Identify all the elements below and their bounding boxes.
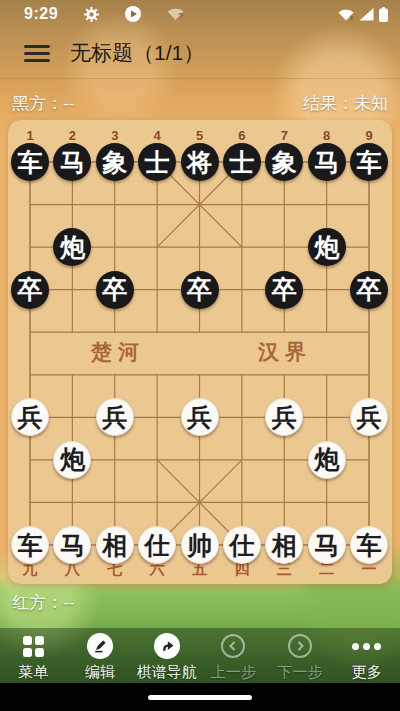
file-number-top: 5 bbox=[188, 128, 212, 143]
piece-black[interactable]: 卒 bbox=[11, 271, 49, 309]
file-number-top: 8 bbox=[315, 128, 339, 143]
next-step-button[interactable]: 下一步 bbox=[267, 628, 334, 683]
piece-black[interactable]: 车 bbox=[350, 143, 388, 181]
result-label: 结果：未知 bbox=[303, 92, 388, 115]
more-button-label: 更多 bbox=[352, 663, 382, 682]
record-nav-button-label: 棋谱导航 bbox=[137, 663, 197, 682]
hamburger-icon[interactable] bbox=[24, 43, 50, 63]
status-bar: 9:29 ? bbox=[0, 0, 400, 28]
more-button[interactable]: 更多 bbox=[333, 628, 400, 683]
piece-red[interactable]: 车 bbox=[11, 526, 49, 564]
edit-button[interactable]: 编辑 bbox=[67, 628, 134, 683]
prev-step-button-label: 上一步 bbox=[211, 663, 256, 682]
piece-black[interactable]: 马 bbox=[308, 143, 346, 181]
file-number-top: 4 bbox=[145, 128, 169, 143]
piece-red[interactable]: 仕 bbox=[138, 526, 176, 564]
black-player-label: 黑方：-- bbox=[12, 92, 74, 115]
file-number-top: 6 bbox=[230, 128, 254, 143]
more-dots-icon bbox=[352, 633, 381, 659]
piece-black[interactable]: 将 bbox=[181, 143, 219, 181]
piece-black[interactable]: 卒 bbox=[350, 271, 388, 309]
record-nav-button[interactable]: 棋谱导航 bbox=[133, 628, 200, 683]
svg-text:?: ? bbox=[178, 11, 184, 21]
menu-grid-icon bbox=[23, 633, 44, 659]
piece-black[interactable]: 炮 bbox=[308, 228, 346, 266]
battery-icon bbox=[379, 7, 388, 22]
bottom-toolbar: 菜单 编辑 棋谱导航 bbox=[0, 628, 400, 683]
piece-black[interactable]: 卒 bbox=[181, 271, 219, 309]
wifi-question-icon: ? bbox=[167, 7, 184, 21]
piece-red[interactable]: 炮 bbox=[308, 441, 346, 479]
piece-red[interactable]: 车 bbox=[350, 526, 388, 564]
file-number-top: 3 bbox=[103, 128, 127, 143]
file-number-top: 7 bbox=[272, 128, 296, 143]
wifi-icon bbox=[338, 8, 354, 21]
piece-red[interactable]: 仕 bbox=[223, 526, 261, 564]
home-indicator[interactable] bbox=[148, 695, 252, 700]
red-player-label: 红方：-- bbox=[12, 591, 74, 614]
prev-step-button[interactable]: 上一步 bbox=[200, 628, 267, 683]
gear-icon bbox=[84, 7, 99, 22]
gesture-bar bbox=[0, 683, 400, 711]
app-screen: 9:29 ? bbox=[0, 0, 400, 711]
next-step-icon bbox=[288, 633, 312, 659]
piece-black[interactable]: 车 bbox=[11, 143, 49, 181]
prev-step-icon bbox=[221, 633, 245, 659]
river-label-left: 楚河 bbox=[78, 338, 158, 366]
edit-button-label: 编辑 bbox=[85, 663, 115, 682]
piece-black[interactable]: 士 bbox=[138, 143, 176, 181]
page-title: 无标题（1/1） bbox=[70, 39, 204, 67]
piece-red[interactable]: 炮 bbox=[53, 441, 91, 479]
piece-red[interactable]: 相 bbox=[265, 526, 303, 564]
clock: 9:29 bbox=[24, 5, 58, 23]
piece-red[interactable]: 兵 bbox=[181, 398, 219, 436]
file-number-top: 9 bbox=[357, 128, 381, 143]
menu-button[interactable]: 菜单 bbox=[0, 628, 67, 683]
title-bar: 无标题（1/1） bbox=[0, 28, 400, 79]
piece-red[interactable]: 兵 bbox=[96, 398, 134, 436]
nav-arrow-icon bbox=[154, 633, 180, 659]
piece-black[interactable]: 象 bbox=[96, 143, 134, 181]
file-number-top: 1 bbox=[18, 128, 42, 143]
piece-red[interactable]: 相 bbox=[96, 526, 134, 564]
edit-pencil-icon bbox=[87, 633, 113, 659]
next-step-button-label: 下一步 bbox=[278, 663, 323, 682]
piece-black[interactable]: 卒 bbox=[265, 271, 303, 309]
status-bar-left: 9:29 ? bbox=[0, 5, 184, 23]
piece-red[interactable]: 马 bbox=[308, 526, 346, 564]
piece-red[interactable]: 帅 bbox=[181, 526, 219, 564]
file-number-top: 2 bbox=[60, 128, 84, 143]
board-mat[interactable]: 楚河 汉界 123456789 九八七六五四三二一 车马象士将士象马车炮炮卒卒卒… bbox=[8, 120, 392, 584]
vpn-play-icon bbox=[125, 6, 141, 22]
piece-black[interactable]: 象 bbox=[265, 143, 303, 181]
menu-button-label: 菜单 bbox=[18, 663, 48, 682]
piece-black[interactable]: 卒 bbox=[96, 271, 134, 309]
info-row: 黑方：-- 结果：未知 bbox=[12, 92, 388, 115]
signal-icon bbox=[359, 8, 374, 21]
river-label-right: 汉界 bbox=[245, 338, 325, 366]
piece-black[interactable]: 士 bbox=[223, 143, 261, 181]
board-grid bbox=[8, 120, 392, 584]
status-bar-right bbox=[338, 7, 400, 22]
